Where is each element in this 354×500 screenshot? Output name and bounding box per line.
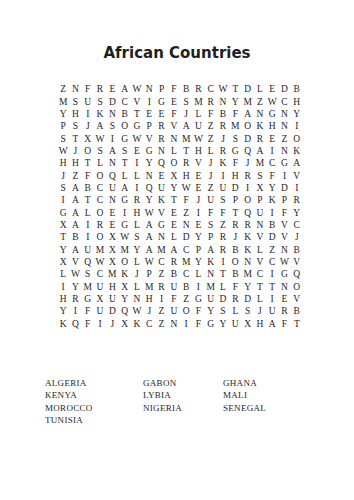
grid-cell-r5c6[interactable]: G: [118, 133, 130, 145]
grid-cell-r4c6[interactable]: O: [118, 121, 130, 133]
grid-cell-r15c16[interactable]: N: [241, 257, 253, 269]
grid-cell-r13c13[interactable]: P: [205, 232, 217, 244]
grid-cell-r15c17[interactable]: V: [254, 257, 266, 269]
grid-cell-r4c15[interactable]: M: [229, 121, 241, 133]
grid-cell-r12c19[interactable]: V: [278, 220, 290, 232]
grid-cell-r17c1[interactable]: I: [57, 281, 69, 293]
grid-cell-r2c14[interactable]: N: [217, 96, 229, 108]
grid-cell-r14c11[interactable]: C: [180, 244, 192, 256]
grid-cell-r6c9[interactable]: N: [155, 146, 167, 158]
grid-cell-r16c3[interactable]: S: [82, 269, 94, 281]
grid-cell-r6c10[interactable]: L: [168, 146, 180, 158]
grid-cell-r17c9[interactable]: R: [155, 281, 167, 293]
grid-cell-r14c18[interactable]: Z: [266, 244, 278, 256]
grid-cell-r17c14[interactable]: L: [217, 281, 229, 293]
grid-cell-r14c17[interactable]: L: [254, 244, 266, 256]
grid-cell-r20c3[interactable]: F: [82, 318, 94, 330]
grid-cell-r7c1[interactable]: H: [57, 158, 69, 170]
grid-cell-r12c7[interactable]: L: [131, 220, 143, 232]
grid-cell-r7c19[interactable]: G: [278, 158, 290, 170]
grid-cell-r11c13[interactable]: F: [205, 207, 217, 219]
grid-cell-r8c8[interactable]: N: [143, 170, 155, 182]
grid-cell-r15c5[interactable]: X: [106, 257, 118, 269]
grid-cell-r12c16[interactable]: R: [241, 220, 253, 232]
grid-cell-r2c3[interactable]: U: [82, 96, 94, 108]
grid-cell-r4c10[interactable]: V: [168, 121, 180, 133]
grid-cell-r13c2[interactable]: B: [69, 232, 81, 244]
grid-cell-r8c2[interactable]: Z: [69, 170, 81, 182]
grid-cell-r15c8[interactable]: W: [143, 257, 155, 269]
grid-cell-r18c2[interactable]: R: [69, 294, 81, 306]
grid-cell-r10c18[interactable]: K: [266, 195, 278, 207]
grid-cell-r4c16[interactable]: O: [241, 121, 253, 133]
grid-cell-r18c8[interactable]: H: [143, 294, 155, 306]
grid-cell-r3c9[interactable]: E: [155, 109, 167, 121]
grid-cell-r15c1[interactable]: X: [57, 257, 69, 269]
grid-cell-r6c11[interactable]: T: [180, 146, 192, 158]
grid-cell-r13c19[interactable]: V: [278, 232, 290, 244]
grid-cell-r8c5[interactable]: Q: [106, 170, 118, 182]
grid-cell-r19c9[interactable]: Z: [155, 306, 167, 318]
grid-cell-r8c4[interactable]: O: [94, 170, 106, 182]
grid-cell-r18c12[interactable]: G: [192, 294, 204, 306]
grid-cell-r12c13[interactable]: S: [205, 220, 217, 232]
grid-cell-r9c9[interactable]: U: [155, 183, 167, 195]
grid-cell-r3c19[interactable]: N: [278, 109, 290, 121]
grid-cell-r9c16[interactable]: I: [241, 183, 253, 195]
grid-cell-r14c2[interactable]: A: [69, 244, 81, 256]
grid-cell-r16c19[interactable]: G: [278, 269, 290, 281]
grid-cell-r5c12[interactable]: W: [192, 133, 204, 145]
grid-cell-r19c7[interactable]: W: [131, 306, 143, 318]
grid-cell-r8c15[interactable]: H: [229, 170, 241, 182]
grid-cell-r3c16[interactable]: A: [241, 109, 253, 121]
grid-cell-r8c13[interactable]: J: [205, 170, 217, 182]
grid-cell-r20c16[interactable]: X: [241, 318, 253, 330]
grid-cell-r2c4[interactable]: S: [94, 96, 106, 108]
grid-cell-r2c19[interactable]: C: [278, 96, 290, 108]
grid-cell-r1c9[interactable]: P: [155, 84, 167, 96]
grid-cell-r13c6[interactable]: W: [118, 232, 130, 244]
grid-cell-r7c18[interactable]: C: [266, 158, 278, 170]
grid-cell-r13c16[interactable]: K: [241, 232, 253, 244]
grid-cell-r1c13[interactable]: C: [205, 84, 217, 96]
grid-cell-r7c7[interactable]: I: [131, 158, 143, 170]
grid-cell-r2c12[interactable]: M: [192, 96, 204, 108]
grid-cell-r13c7[interactable]: S: [131, 232, 143, 244]
grid-cell-r17c5[interactable]: H: [106, 281, 118, 293]
grid-cell-r16c13[interactable]: N: [205, 269, 217, 281]
grid-cell-r12c1[interactable]: X: [57, 220, 69, 232]
grid-cell-r6c16[interactable]: Q: [241, 146, 253, 158]
grid-cell-r14c8[interactable]: A: [143, 244, 155, 256]
grid-cell-r13c8[interactable]: A: [143, 232, 155, 244]
grid-cell-r9c11[interactable]: W: [180, 183, 192, 195]
grid-cell-r19c6[interactable]: Q: [118, 306, 130, 318]
grid-cell-r7c3[interactable]: T: [82, 158, 94, 170]
grid-cell-r10c7[interactable]: R: [131, 195, 143, 207]
grid-cell-r1c3[interactable]: F: [82, 84, 94, 96]
grid-cell-r7c14[interactable]: K: [217, 158, 229, 170]
grid-cell-r14c13[interactable]: A: [205, 244, 217, 256]
grid-cell-r2c7[interactable]: V: [131, 96, 143, 108]
grid-cell-r15c18[interactable]: C: [266, 257, 278, 269]
grid-cell-r7c8[interactable]: Y: [143, 158, 155, 170]
grid-cell-r1c10[interactable]: F: [168, 84, 180, 96]
grid-cell-r2c16[interactable]: M: [241, 96, 253, 108]
grid-cell-r16c8[interactable]: P: [143, 269, 155, 281]
grid-cell-r1c8[interactable]: N: [143, 84, 155, 96]
grid-cell-r5c2[interactable]: T: [69, 133, 81, 145]
grid-cell-r7c15[interactable]: F: [229, 158, 241, 170]
grid-cell-r2c11[interactable]: S: [180, 96, 192, 108]
grid-cell-r14c10[interactable]: A: [168, 244, 180, 256]
grid-cell-r1c11[interactable]: B: [180, 84, 192, 96]
grid-cell-r16c14[interactable]: T: [217, 269, 229, 281]
grid-cell-r12c17[interactable]: N: [254, 220, 266, 232]
grid-cell-r19c15[interactable]: L: [229, 306, 241, 318]
grid-cell-r3c1[interactable]: Y: [57, 109, 69, 121]
grid-cell-r5c11[interactable]: M: [180, 133, 192, 145]
grid-cell-r6c4[interactable]: S: [94, 146, 106, 158]
grid-cell-r11c17[interactable]: U: [254, 207, 266, 219]
grid-cell-r9c17[interactable]: X: [254, 183, 266, 195]
grid-cell-r19c3[interactable]: F: [82, 306, 94, 318]
grid-cell-r17c6[interactable]: X: [118, 281, 130, 293]
grid-cell-r10c15[interactable]: P: [229, 195, 241, 207]
grid-cell-r12c12[interactable]: E: [192, 220, 204, 232]
grid-cell-r18c16[interactable]: D: [241, 294, 253, 306]
grid-cell-r17c18[interactable]: T: [266, 281, 278, 293]
grid-cell-r5c13[interactable]: Z: [205, 133, 217, 145]
grid-cell-r2c2[interactable]: S: [69, 96, 81, 108]
grid-cell-r18c11[interactable]: Z: [180, 294, 192, 306]
grid-cell-r11c9[interactable]: V: [155, 207, 167, 219]
grid-cell-r13c9[interactable]: N: [155, 232, 167, 244]
grid-cell-r5c18[interactable]: E: [266, 133, 278, 145]
grid-cell-r20c14[interactable]: Y: [217, 318, 229, 330]
grid-cell-r14c1[interactable]: Y: [57, 244, 69, 256]
grid-cell-r1c19[interactable]: D: [278, 84, 290, 96]
grid-cell-r15c14[interactable]: I: [217, 257, 229, 269]
grid-cell-r10c14[interactable]: S: [217, 195, 229, 207]
grid-cell-r9c1[interactable]: S: [57, 183, 69, 195]
grid-cell-r10c11[interactable]: F: [180, 195, 192, 207]
grid-cell-r8c6[interactable]: L: [118, 170, 130, 182]
grid-cell-r3c2[interactable]: H: [69, 109, 81, 121]
grid-cell-r2c6[interactable]: C: [118, 96, 130, 108]
grid-cell-r20c2[interactable]: Q: [69, 318, 81, 330]
grid-cell-r19c20[interactable]: B: [291, 306, 303, 318]
grid-cell-r10c5[interactable]: N: [106, 195, 118, 207]
grid-cell-r15c15[interactable]: O: [229, 257, 241, 269]
grid-cell-r20c17[interactable]: H: [254, 318, 266, 330]
grid-cell-r11c2[interactable]: A: [69, 207, 81, 219]
grid-cell-r14c12[interactable]: P: [192, 244, 204, 256]
grid-cell-r9c19[interactable]: D: [278, 183, 290, 195]
grid-cell-r15c4[interactable]: W: [94, 257, 106, 269]
grid-cell-r4c9[interactable]: R: [155, 121, 167, 133]
grid-cell-r6c20[interactable]: K: [291, 146, 303, 158]
grid-cell-r3c7[interactable]: T: [131, 109, 143, 121]
grid-cell-r4c7[interactable]: G: [131, 121, 143, 133]
grid-cell-r12c15[interactable]: R: [229, 220, 241, 232]
grid-cell-r7c13[interactable]: J: [205, 158, 217, 170]
grid-cell-r17c16[interactable]: Y: [241, 281, 253, 293]
grid-cell-r11c19[interactable]: F: [278, 207, 290, 219]
grid-cell-r10c6[interactable]: G: [118, 195, 130, 207]
grid-cell-r17c8[interactable]: M: [143, 281, 155, 293]
grid-cell-r3c8[interactable]: E: [143, 109, 155, 121]
grid-cell-r9c7[interactable]: I: [131, 183, 143, 195]
grid-cell-r18c1[interactable]: H: [57, 294, 69, 306]
grid-cell-r11c4[interactable]: O: [94, 207, 106, 219]
grid-cell-r12c5[interactable]: E: [106, 220, 118, 232]
grid-cell-r11c6[interactable]: I: [118, 207, 130, 219]
grid-cell-r4c1[interactable]: P: [57, 121, 69, 133]
grid-cell-r13c18[interactable]: D: [266, 232, 278, 244]
grid-cell-r14c15[interactable]: B: [229, 244, 241, 256]
grid-cell-r13c20[interactable]: J: [291, 232, 303, 244]
grid-cell-r16c20[interactable]: Q: [291, 269, 303, 281]
grid-cell-r15c3[interactable]: Q: [82, 257, 94, 269]
grid-cell-r6c5[interactable]: A: [106, 146, 118, 158]
grid-cell-r12c9[interactable]: G: [155, 220, 167, 232]
grid-cell-r4c4[interactable]: A: [94, 121, 106, 133]
grid-cell-r4c14[interactable]: R: [217, 121, 229, 133]
grid-cell-r4c2[interactable]: S: [69, 121, 81, 133]
grid-cell-r6c14[interactable]: R: [217, 146, 229, 158]
grid-cell-r11c5[interactable]: E: [106, 207, 118, 219]
grid-cell-r14c19[interactable]: N: [278, 244, 290, 256]
grid-cell-r7c2[interactable]: H: [69, 158, 81, 170]
grid-cell-r12c14[interactable]: Z: [217, 220, 229, 232]
grid-cell-r15c2[interactable]: V: [69, 257, 81, 269]
grid-cell-r9c8[interactable]: Q: [143, 183, 155, 195]
grid-cell-r20c5[interactable]: J: [106, 318, 118, 330]
grid-cell-r19c5[interactable]: D: [106, 306, 118, 318]
grid-cell-r9c14[interactable]: U: [217, 183, 229, 195]
grid-cell-r9c2[interactable]: A: [69, 183, 81, 195]
grid-cell-r2c10[interactable]: E: [168, 96, 180, 108]
grid-cell-r7c6[interactable]: T: [118, 158, 130, 170]
grid-cell-r1c7[interactable]: W: [131, 84, 143, 96]
grid-cell-r20c19[interactable]: F: [278, 318, 290, 330]
grid-cell-r8c3[interactable]: F: [82, 170, 94, 182]
grid-cell-r17c7[interactable]: L: [131, 281, 143, 293]
grid-cell-r17c4[interactable]: U: [94, 281, 106, 293]
grid-cell-r7c20[interactable]: A: [291, 158, 303, 170]
grid-cell-r16c18[interactable]: I: [266, 269, 278, 281]
grid-cell-r19c11[interactable]: O: [180, 306, 192, 318]
grid-cell-r5c17[interactable]: R: [254, 133, 266, 145]
grid-cell-r15c13[interactable]: K: [205, 257, 217, 269]
grid-cell-r10c13[interactable]: U: [205, 195, 217, 207]
grid-cell-r3c12[interactable]: L: [192, 109, 204, 121]
grid-cell-r3c15[interactable]: F: [229, 109, 241, 121]
grid-cell-r11c14[interactable]: F: [217, 207, 229, 219]
grid-cell-r20c11[interactable]: I: [180, 318, 192, 330]
grid-cell-r3c14[interactable]: B: [217, 109, 229, 121]
grid-cell-r20c7[interactable]: K: [131, 318, 143, 330]
grid-cell-r7c16[interactable]: J: [241, 158, 253, 170]
grid-cell-r17c12[interactable]: I: [192, 281, 204, 293]
grid-cell-r11c8[interactable]: W: [143, 207, 155, 219]
grid-cell-r18c15[interactable]: R: [229, 294, 241, 306]
grid-cell-r6c1[interactable]: W: [57, 146, 69, 158]
grid-cell-r10c8[interactable]: Y: [143, 195, 155, 207]
grid-cell-r8c18[interactable]: F: [266, 170, 278, 182]
grid-cell-r16c9[interactable]: Z: [155, 269, 167, 281]
grid-cell-r16c15[interactable]: B: [229, 269, 241, 281]
grid-cell-r14c7[interactable]: Y: [131, 244, 143, 256]
grid-cell-r12c2[interactable]: A: [69, 220, 81, 232]
grid-cell-r18c6[interactable]: Y: [118, 294, 130, 306]
grid-cell-r5c20[interactable]: O: [291, 133, 303, 145]
grid-cell-r11c20[interactable]: Y: [291, 207, 303, 219]
grid-cell-r20c6[interactable]: X: [118, 318, 130, 330]
grid-cell-r1c4[interactable]: R: [94, 84, 106, 96]
grid-cell-r3c5[interactable]: N: [106, 109, 118, 121]
grid-cell-r16c6[interactable]: K: [118, 269, 130, 281]
grid-cell-r5c9[interactable]: R: [155, 133, 167, 145]
grid-cell-r12c18[interactable]: B: [266, 220, 278, 232]
grid-cell-r1c6[interactable]: A: [118, 84, 130, 96]
grid-cell-r3c4[interactable]: K: [94, 109, 106, 121]
grid-cell-r6c2[interactable]: J: [69, 146, 81, 158]
grid-cell-r4c19[interactable]: N: [278, 121, 290, 133]
grid-cell-r1c14[interactable]: W: [217, 84, 229, 96]
grid-cell-r11c10[interactable]: E: [168, 207, 180, 219]
grid-cell-r10c12[interactable]: J: [192, 195, 204, 207]
grid-cell-r19c4[interactable]: U: [94, 306, 106, 318]
grid-cell-r11c11[interactable]: Z: [180, 207, 192, 219]
grid-cell-r20c9[interactable]: Z: [155, 318, 167, 330]
grid-cell-r18c20[interactable]: V: [291, 294, 303, 306]
grid-cell-r12c6[interactable]: G: [118, 220, 130, 232]
grid-cell-r19c1[interactable]: Y: [57, 306, 69, 318]
grid-cell-r6c13[interactable]: L: [205, 146, 217, 158]
grid-cell-r13c4[interactable]: O: [94, 232, 106, 244]
grid-cell-r2c17[interactable]: Z: [254, 96, 266, 108]
grid-cell-r10c20[interactable]: R: [291, 195, 303, 207]
grid-cell-r17c2[interactable]: Y: [69, 281, 81, 293]
grid-cell-r5c10[interactable]: N: [168, 133, 180, 145]
grid-cell-r8c17[interactable]: S: [254, 170, 266, 182]
grid-cell-r12c11[interactable]: N: [180, 220, 192, 232]
grid-cell-r7c12[interactable]: V: [192, 158, 204, 170]
grid-cell-r14c16[interactable]: K: [241, 244, 253, 256]
grid-cell-r11c16[interactable]: Q: [241, 207, 253, 219]
grid-cell-r4c18[interactable]: H: [266, 121, 278, 133]
grid-cell-r8c11[interactable]: H: [180, 170, 192, 182]
grid-cell-r15c19[interactable]: W: [278, 257, 290, 269]
grid-cell-r18c4[interactable]: X: [94, 294, 106, 306]
grid-cell-r5c14[interactable]: J: [217, 133, 229, 145]
grid-cell-r3c20[interactable]: Y: [291, 109, 303, 121]
grid-cell-r2c9[interactable]: G: [155, 96, 167, 108]
grid-cell-r14c9[interactable]: M: [155, 244, 167, 256]
grid-cell-r8c12[interactable]: E: [192, 170, 204, 182]
grid-cell-r19c16[interactable]: S: [241, 306, 253, 318]
grid-cell-r16c1[interactable]: L: [57, 269, 69, 281]
grid-cell-r2c20[interactable]: H: [291, 96, 303, 108]
grid-cell-r3c3[interactable]: I: [82, 109, 94, 121]
grid-cell-r1c17[interactable]: L: [254, 84, 266, 96]
grid-cell-r19c13[interactable]: Y: [205, 306, 217, 318]
grid-cell-r1c16[interactable]: D: [241, 84, 253, 96]
grid-cell-r17c3[interactable]: M: [82, 281, 94, 293]
grid-cell-r18c3[interactable]: G: [82, 294, 94, 306]
grid-cell-r8c7[interactable]: L: [131, 170, 143, 182]
grid-cell-r14c3[interactable]: U: [82, 244, 94, 256]
grid-cell-r4c17[interactable]: K: [254, 121, 266, 133]
grid-cell-r7c17[interactable]: M: [254, 158, 266, 170]
grid-cell-r2c8[interactable]: I: [143, 96, 155, 108]
grid-cell-r19c14[interactable]: S: [217, 306, 229, 318]
grid-cell-r12c8[interactable]: A: [143, 220, 155, 232]
grid-cell-r8c20[interactable]: V: [291, 170, 303, 182]
grid-cell-r12c4[interactable]: R: [94, 220, 106, 232]
grid-cell-r11c1[interactable]: G: [57, 207, 69, 219]
grid-cell-r17c10[interactable]: U: [168, 281, 180, 293]
grid-cell-r10c17[interactable]: P: [254, 195, 266, 207]
grid-cell-r18c9[interactable]: I: [155, 294, 167, 306]
grid-cell-r17c19[interactable]: N: [278, 281, 290, 293]
grid-cell-r4c11[interactable]: A: [180, 121, 192, 133]
grid-cell-r16c7[interactable]: J: [131, 269, 143, 281]
grid-cell-r18c5[interactable]: U: [106, 294, 118, 306]
grid-cell-r14c6[interactable]: M: [118, 244, 130, 256]
grid-cell-r9c13[interactable]: Z: [205, 183, 217, 195]
grid-cell-r3c10[interactable]: F: [168, 109, 180, 121]
grid-cell-r16c4[interactable]: C: [94, 269, 106, 281]
grid-cell-r7c5[interactable]: N: [106, 158, 118, 170]
grid-cell-r7c9[interactable]: Q: [155, 158, 167, 170]
grid-cell-r1c20[interactable]: B: [291, 84, 303, 96]
grid-cell-r14c14[interactable]: R: [217, 244, 229, 256]
grid-cell-r15c11[interactable]: M: [180, 257, 192, 269]
grid-cell-r11c12[interactable]: I: [192, 207, 204, 219]
grid-cell-r9c12[interactable]: E: [192, 183, 204, 195]
grid-cell-r12c20[interactable]: C: [291, 220, 303, 232]
grid-cell-r19c8[interactable]: J: [143, 306, 155, 318]
grid-cell-r8c14[interactable]: I: [217, 170, 229, 182]
grid-cell-r4c12[interactable]: U: [192, 121, 204, 133]
grid-cell-r19c2[interactable]: I: [69, 306, 81, 318]
grid-cell-r5c16[interactable]: D: [241, 133, 253, 145]
grid-cell-r17c15[interactable]: F: [229, 281, 241, 293]
grid-cell-r5c5[interactable]: I: [106, 133, 118, 145]
grid-cell-r13c12[interactable]: Y: [192, 232, 204, 244]
grid-cell-r10c4[interactable]: C: [94, 195, 106, 207]
grid-cell-r8c1[interactable]: J: [57, 170, 69, 182]
grid-cell-r5c3[interactable]: X: [82, 133, 94, 145]
grid-cell-r16c12[interactable]: L: [192, 269, 204, 281]
grid-cell-r19c10[interactable]: U: [168, 306, 180, 318]
grid-cell-r6c8[interactable]: G: [143, 146, 155, 158]
grid-cell-r16c16[interactable]: M: [241, 269, 253, 281]
grid-cell-r18c19[interactable]: E: [278, 294, 290, 306]
grid-cell-r9c6[interactable]: A: [118, 183, 130, 195]
grid-cell-r8c16[interactable]: R: [241, 170, 253, 182]
grid-cell-r10c1[interactable]: I: [57, 195, 69, 207]
grid-cell-r18c7[interactable]: N: [131, 294, 143, 306]
grid-cell-r19c19[interactable]: R: [278, 306, 290, 318]
grid-cell-r3c13[interactable]: F: [205, 109, 217, 121]
grid-cell-r5c7[interactable]: W: [131, 133, 143, 145]
grid-cell-r17c11[interactable]: B: [180, 281, 192, 293]
